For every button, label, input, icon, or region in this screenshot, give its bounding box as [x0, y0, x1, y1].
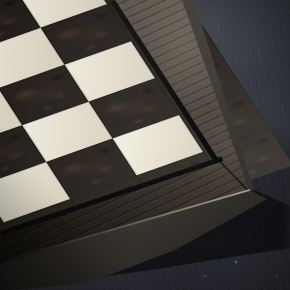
- lighting-vignette: [0, 0, 290, 290]
- photo-stage: [0, 0, 290, 290]
